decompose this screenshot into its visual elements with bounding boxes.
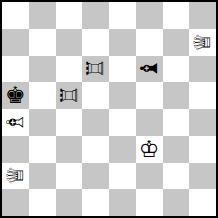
square-g2 — [163, 163, 190, 190]
square-a1 — [2, 189, 29, 216]
square-c7 — [56, 29, 83, 56]
square-e5 — [109, 82, 136, 109]
square-a3 — [2, 136, 29, 163]
square-g7 — [163, 29, 190, 56]
square-g5 — [163, 82, 190, 109]
square-b5 — [29, 82, 56, 109]
square-f1 — [136, 189, 163, 216]
square-h4 — [189, 109, 216, 136]
square-d3 — [82, 136, 109, 163]
square-b1 — [29, 189, 56, 216]
square-h6 — [189, 56, 216, 83]
square-h3 — [189, 136, 216, 163]
square-g4 — [163, 109, 190, 136]
square-e8 — [109, 2, 136, 29]
square-d7 — [82, 29, 109, 56]
square-f5 — [136, 82, 163, 109]
square-b2 — [29, 163, 56, 190]
square-h8 — [189, 2, 216, 29]
square-d5 — [82, 82, 109, 109]
square-g3 — [163, 136, 190, 163]
square-e4 — [109, 109, 136, 136]
white-queen-piece-a2: ♕ — [4, 166, 27, 187]
square-b7 — [29, 29, 56, 56]
square-e7 — [109, 29, 136, 56]
square-g8 — [163, 2, 190, 29]
square-a2: ♕ — [2, 163, 29, 190]
square-g6 — [163, 56, 190, 83]
square-f7 — [136, 29, 163, 56]
square-c5: ♖ — [56, 82, 83, 109]
square-a4: ♗ — [2, 109, 29, 136]
square-c8 — [56, 2, 83, 29]
square-b6 — [29, 56, 56, 83]
square-c2 — [56, 163, 83, 190]
square-g1 — [163, 189, 190, 216]
square-e3 — [109, 136, 136, 163]
square-a6 — [2, 56, 29, 83]
square-f6: ♝ — [136, 56, 163, 83]
white-bishop-piece-a4: ♗ — [4, 112, 27, 133]
square-e1 — [109, 189, 136, 216]
square-f3: ♔ — [136, 136, 163, 163]
square-h5 — [189, 82, 216, 109]
white-rook-piece-d6: ♖ — [84, 59, 107, 80]
square-b3 — [29, 136, 56, 163]
chess-board: ♕♖♝♚♖♗♔♕ — [0, 0, 218, 218]
square-d8 — [82, 2, 109, 29]
square-e2 — [109, 163, 136, 190]
square-h7: ♕ — [189, 29, 216, 56]
square-b4 — [29, 109, 56, 136]
square-f4 — [136, 109, 163, 136]
square-f2 — [136, 163, 163, 190]
square-a8 — [2, 2, 29, 29]
square-d2 — [82, 163, 109, 190]
white-king-piece-f3: ♔ — [139, 138, 160, 161]
square-d1 — [82, 189, 109, 216]
square-b8 — [29, 2, 56, 29]
white-queen-piece-h7: ♕ — [191, 32, 214, 53]
square-h2 — [189, 163, 216, 190]
black-bishop-piece-f6: ♝ — [138, 59, 161, 80]
square-d6: ♖ — [82, 56, 109, 83]
white-rook-piece-c5: ♖ — [57, 85, 80, 106]
square-a5: ♚ — [2, 82, 29, 109]
square-h1 — [189, 189, 216, 216]
square-c4 — [56, 109, 83, 136]
black-king-piece-a5: ♚ — [5, 84, 26, 107]
square-c1 — [56, 189, 83, 216]
square-e6 — [109, 56, 136, 83]
square-f8 — [136, 2, 163, 29]
square-d4 — [82, 109, 109, 136]
square-c6 — [56, 56, 83, 83]
square-c3 — [56, 136, 83, 163]
square-a7 — [2, 29, 29, 56]
